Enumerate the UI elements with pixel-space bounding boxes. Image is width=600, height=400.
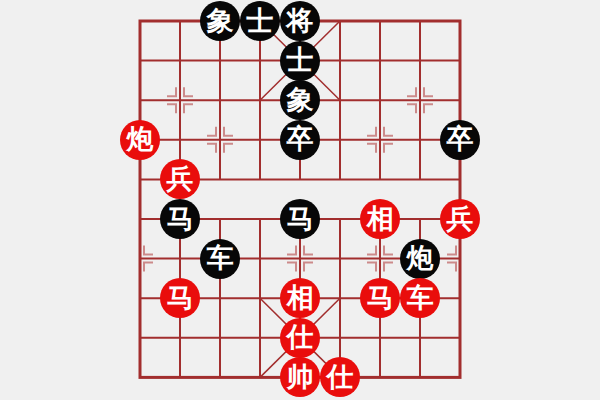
piece-red-elephant[interactable]: 相 [280,278,320,318]
piece-black-horse[interactable]: 马 [280,199,320,239]
piece-black-elephant[interactable]: 象 [280,80,320,120]
piece-black-general[interactable]: 将 [280,1,320,41]
piece-black-cannon[interactable]: 炮 [400,239,440,279]
piece-red-soldier[interactable]: 兵 [440,199,480,239]
piece-black-soldier[interactable]: 卒 [440,120,480,160]
piece-red-soldier[interactable]: 兵 [160,159,200,199]
piece-black-elephant[interactable]: 象 [200,1,240,41]
piece-red-advisor[interactable]: 仕 [280,318,320,358]
piece-red-horse[interactable]: 马 [160,278,200,318]
pieces-layer: 象士将士象炮卒卒兵马马相兵车炮马相马车仕帅仕 [0,0,600,400]
piece-black-advisor[interactable]: 士 [280,41,320,81]
xiangqi-screen: 象士将士象炮卒卒兵马马相兵车炮马相马车仕帅仕 [0,0,600,400]
piece-red-elephant[interactable]: 相 [360,199,400,239]
piece-black-horse[interactable]: 马 [160,199,200,239]
piece-red-chariot[interactable]: 车 [400,278,440,318]
piece-black-chariot[interactable]: 车 [200,239,240,279]
piece-red-cannon[interactable]: 炮 [120,120,160,160]
piece-red-horse[interactable]: 马 [360,278,400,318]
piece-black-advisor[interactable]: 士 [240,1,280,41]
piece-red-general[interactable]: 帅 [280,357,320,397]
piece-black-soldier[interactable]: 卒 [280,120,320,160]
piece-red-advisor[interactable]: 仕 [320,357,360,397]
